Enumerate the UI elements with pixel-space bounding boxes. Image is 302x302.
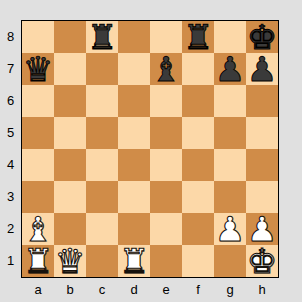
square-h1[interactable]: ♚ <box>246 245 278 277</box>
square-g4[interactable] <box>214 149 246 181</box>
square-e7[interactable]: ♝ <box>150 53 182 85</box>
square-e1[interactable] <box>150 245 182 277</box>
file-label-h: h <box>246 281 278 300</box>
file-labels: abcdefgh <box>22 281 278 300</box>
rank-label-8: 8 <box>0 21 21 53</box>
rank-label-3: 3 <box>0 181 21 213</box>
square-f8[interactable]: ♜ <box>182 21 214 53</box>
black-queen-a7[interactable]: ♛ <box>23 52 53 86</box>
square-c3[interactable] <box>86 181 118 213</box>
square-c1[interactable] <box>86 245 118 277</box>
chess-diagram: { "game": "chess", "position": "2r2r1k/q… <box>0 0 302 302</box>
file-label-e: e <box>150 281 182 300</box>
square-f7[interactable] <box>182 53 214 85</box>
square-f4[interactable] <box>182 149 214 181</box>
rank-labels: 87654321 <box>0 21 21 277</box>
square-b6[interactable] <box>54 85 86 117</box>
black-pawn-g7[interactable]: ♟ <box>215 52 245 86</box>
square-f5[interactable] <box>182 117 214 149</box>
square-b4[interactable] <box>54 149 86 181</box>
square-f6[interactable] <box>182 85 214 117</box>
square-e3[interactable] <box>150 181 182 213</box>
rank-label-1: 1 <box>0 245 21 277</box>
square-g6[interactable] <box>214 85 246 117</box>
square-a5[interactable] <box>22 117 54 149</box>
square-g7[interactable]: ♟ <box>214 53 246 85</box>
rank-label-2: 2 <box>0 213 21 245</box>
white-rook-a1[interactable]: ♜ <box>23 244 53 278</box>
file-label-g: g <box>214 281 246 300</box>
black-rook-c8[interactable]: ♜ <box>87 20 117 54</box>
square-c5[interactable] <box>86 117 118 149</box>
square-e6[interactable] <box>150 85 182 117</box>
rank-label-4: 4 <box>0 149 21 181</box>
square-a4[interactable] <box>22 149 54 181</box>
file-label-b: b <box>54 281 86 300</box>
square-d5[interactable] <box>118 117 150 149</box>
square-d8[interactable] <box>118 21 150 53</box>
square-d1[interactable]: ♜ <box>118 245 150 277</box>
square-e4[interactable] <box>150 149 182 181</box>
file-label-f: f <box>182 281 214 300</box>
square-b3[interactable] <box>54 181 86 213</box>
chess-board: ♜♜♚♛♝♟♟♝♟♟♜♛♜♚ <box>21 20 279 278</box>
square-c2[interactable] <box>86 213 118 245</box>
square-f2[interactable] <box>182 213 214 245</box>
square-g2[interactable]: ♟ <box>214 213 246 245</box>
white-king-h1[interactable]: ♚ <box>247 244 277 278</box>
square-a1[interactable]: ♜ <box>22 245 54 277</box>
white-queen-b1[interactable]: ♛ <box>55 244 85 278</box>
square-g1[interactable] <box>214 245 246 277</box>
square-g5[interactable] <box>214 117 246 149</box>
square-c8[interactable]: ♜ <box>86 21 118 53</box>
square-d4[interactable] <box>118 149 150 181</box>
square-b5[interactable] <box>54 117 86 149</box>
square-d7[interactable] <box>118 53 150 85</box>
square-h5[interactable] <box>246 117 278 149</box>
black-rook-f8[interactable]: ♜ <box>183 20 213 54</box>
square-b1[interactable]: ♛ <box>54 245 86 277</box>
square-e5[interactable] <box>150 117 182 149</box>
square-h4[interactable] <box>246 149 278 181</box>
square-d3[interactable] <box>118 181 150 213</box>
white-rook-d1[interactable]: ♜ <box>119 244 149 278</box>
square-c4[interactable] <box>86 149 118 181</box>
file-label-c: c <box>86 281 118 300</box>
square-e2[interactable] <box>150 213 182 245</box>
square-h7[interactable]: ♟ <box>246 53 278 85</box>
square-c7[interactable] <box>86 53 118 85</box>
rank-label-6: 6 <box>0 85 21 117</box>
square-b8[interactable] <box>54 21 86 53</box>
square-f3[interactable] <box>182 181 214 213</box>
square-c6[interactable] <box>86 85 118 117</box>
rank-label-5: 5 <box>0 117 21 149</box>
rank-label-7: 7 <box>0 53 21 85</box>
square-h6[interactable] <box>246 85 278 117</box>
square-a6[interactable] <box>22 85 54 117</box>
square-b7[interactable] <box>54 53 86 85</box>
file-label-d: d <box>118 281 150 300</box>
black-bishop-e7[interactable]: ♝ <box>151 52 181 86</box>
black-pawn-h7[interactable]: ♟ <box>247 52 277 86</box>
square-d6[interactable] <box>118 85 150 117</box>
square-a7[interactable]: ♛ <box>22 53 54 85</box>
file-label-a: a <box>22 281 54 300</box>
white-pawn-g2[interactable]: ♟ <box>215 212 245 246</box>
square-f1[interactable] <box>182 245 214 277</box>
